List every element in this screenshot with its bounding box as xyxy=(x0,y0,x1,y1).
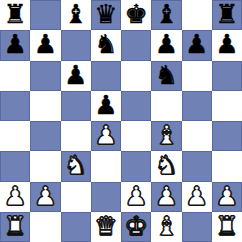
black-pawn-piece[interactable]: ♟ xyxy=(34,29,57,59)
square-e6[interactable] xyxy=(121,61,151,91)
black-pawn-piece[interactable]: ♟ xyxy=(185,29,208,59)
square-h4[interactable] xyxy=(212,121,242,151)
white-pawn-piece[interactable]: ♟ xyxy=(124,181,147,211)
square-c2[interactable] xyxy=(61,182,91,212)
square-b4[interactable] xyxy=(30,121,60,151)
square-f4[interactable]: ♝ xyxy=(151,121,181,151)
black-pawn-piece[interactable]: ♟ xyxy=(155,29,178,59)
square-c8[interactable]: ♝ xyxy=(61,0,91,30)
square-f1[interactable]: ♝ xyxy=(151,212,181,242)
white-king-piece[interactable]: ♚ xyxy=(124,211,147,241)
black-bishop-piece[interactable]: ♝ xyxy=(155,0,178,29)
square-g2[interactable]: ♟ xyxy=(182,182,212,212)
black-pawn-piece[interactable]: ♟ xyxy=(3,29,26,59)
square-d4[interactable]: ♟ xyxy=(91,121,121,151)
white-pawn-piece[interactable]: ♟ xyxy=(215,181,238,211)
square-b2[interactable]: ♟ xyxy=(30,182,60,212)
square-g5[interactable] xyxy=(182,91,212,121)
square-f5[interactable] xyxy=(151,91,181,121)
chess-board: ♜♝♛♚♝♜♟♟♞♟♟♟♟♞♟♟♝♞♞♟♟♟♟♟♟♜♛♚♝♜ xyxy=(0,0,242,242)
white-pawn-piece[interactable]: ♟ xyxy=(94,120,117,150)
square-b6[interactable] xyxy=(30,61,60,91)
white-pawn-piece[interactable]: ♟ xyxy=(34,181,57,211)
square-f7[interactable]: ♟ xyxy=(151,30,181,60)
square-h7[interactable]: ♟ xyxy=(212,30,242,60)
square-g6[interactable] xyxy=(182,61,212,91)
square-e5[interactable] xyxy=(121,91,151,121)
square-c1[interactable] xyxy=(61,212,91,242)
square-c5[interactable] xyxy=(61,91,91,121)
square-d3[interactable] xyxy=(91,151,121,181)
square-g1[interactable] xyxy=(182,212,212,242)
white-pawn-piece[interactable]: ♟ xyxy=(3,181,26,211)
square-d2[interactable] xyxy=(91,182,121,212)
square-h8[interactable]: ♜ xyxy=(212,0,242,30)
square-e1[interactable]: ♚ xyxy=(121,212,151,242)
square-b5[interactable] xyxy=(30,91,60,121)
square-e8[interactable]: ♚ xyxy=(121,0,151,30)
white-pawn-piece[interactable]: ♟ xyxy=(185,181,208,211)
black-pawn-piece[interactable]: ♟ xyxy=(64,60,87,90)
square-e7[interactable] xyxy=(121,30,151,60)
square-a1[interactable]: ♜ xyxy=(0,212,30,242)
square-f6[interactable]: ♞ xyxy=(151,61,181,91)
square-c7[interactable] xyxy=(61,30,91,60)
white-queen-piece[interactable]: ♛ xyxy=(94,211,117,241)
square-a7[interactable]: ♟ xyxy=(0,30,30,60)
square-b7[interactable]: ♟ xyxy=(30,30,60,60)
square-d7[interactable]: ♞ xyxy=(91,30,121,60)
square-a3[interactable] xyxy=(0,151,30,181)
square-c4[interactable] xyxy=(61,121,91,151)
square-d5[interactable]: ♟ xyxy=(91,91,121,121)
square-g4[interactable] xyxy=(182,121,212,151)
square-h6[interactable] xyxy=(212,61,242,91)
black-pawn-piece[interactable]: ♟ xyxy=(215,29,238,59)
square-c3[interactable]: ♞ xyxy=(61,151,91,181)
black-knight-piece[interactable]: ♞ xyxy=(94,29,117,59)
square-a6[interactable] xyxy=(0,61,30,91)
square-f3[interactable]: ♞ xyxy=(151,151,181,181)
black-pawn-piece[interactable]: ♟ xyxy=(94,90,117,120)
square-h1[interactable]: ♜ xyxy=(212,212,242,242)
white-bishop-piece[interactable]: ♝ xyxy=(155,120,178,150)
square-b8[interactable] xyxy=(30,0,60,30)
square-h3[interactable] xyxy=(212,151,242,181)
square-g7[interactable]: ♟ xyxy=(182,30,212,60)
white-bishop-piece[interactable]: ♝ xyxy=(155,211,178,241)
square-f8[interactable]: ♝ xyxy=(151,0,181,30)
square-e3[interactable] xyxy=(121,151,151,181)
square-e4[interactable] xyxy=(121,121,151,151)
square-d1[interactable]: ♛ xyxy=(91,212,121,242)
black-bishop-piece[interactable]: ♝ xyxy=(64,0,87,29)
square-c6[interactable]: ♟ xyxy=(61,61,91,91)
white-knight-piece[interactable]: ♞ xyxy=(155,150,178,180)
black-rook-piece[interactable]: ♜ xyxy=(3,0,26,29)
black-king-piece[interactable]: ♚ xyxy=(124,0,147,29)
square-b1[interactable] xyxy=(30,212,60,242)
square-a2[interactable]: ♟ xyxy=(0,182,30,212)
black-rook-piece[interactable]: ♜ xyxy=(215,0,238,29)
square-a5[interactable] xyxy=(0,91,30,121)
square-d8[interactable]: ♛ xyxy=(91,0,121,30)
square-a4[interactable] xyxy=(0,121,30,151)
square-h5[interactable] xyxy=(212,91,242,121)
square-f2[interactable]: ♟ xyxy=(151,182,181,212)
square-g3[interactable] xyxy=(182,151,212,181)
square-d6[interactable] xyxy=(91,61,121,91)
square-e2[interactable]: ♟ xyxy=(121,182,151,212)
black-knight-piece[interactable]: ♞ xyxy=(155,60,178,90)
white-rook-piece[interactable]: ♜ xyxy=(215,211,238,241)
white-rook-piece[interactable]: ♜ xyxy=(3,211,26,241)
square-b3[interactable] xyxy=(30,151,60,181)
black-queen-piece[interactable]: ♛ xyxy=(94,0,117,29)
square-h2[interactable]: ♟ xyxy=(212,182,242,212)
square-g8[interactable] xyxy=(182,0,212,30)
white-knight-piece[interactable]: ♞ xyxy=(64,150,87,180)
square-a8[interactable]: ♜ xyxy=(0,0,30,30)
white-pawn-piece[interactable]: ♟ xyxy=(155,181,178,211)
